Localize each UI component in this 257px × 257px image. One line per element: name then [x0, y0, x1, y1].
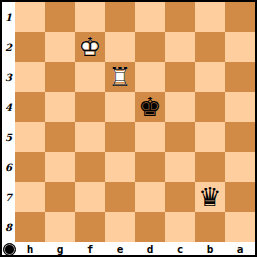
square-g1[interactable] — [45, 2, 75, 32]
square-g7[interactable] — [45, 182, 75, 212]
square-h3[interactable] — [15, 62, 45, 92]
square-d6[interactable] — [135, 152, 165, 182]
square-e7[interactable] — [105, 182, 135, 212]
square-b3[interactable] — [195, 62, 225, 92]
square-g3[interactable] — [45, 62, 75, 92]
square-h6[interactable] — [15, 152, 45, 182]
square-a6[interactable] — [225, 152, 255, 182]
rank-label-5: 5 — [2, 122, 15, 152]
square-a7[interactable] — [225, 182, 255, 212]
square-f7[interactable] — [75, 182, 105, 212]
square-f8[interactable] — [75, 212, 105, 242]
square-d3[interactable] — [135, 62, 165, 92]
square-e4[interactable] — [105, 92, 135, 122]
square-f5[interactable] — [75, 122, 105, 152]
square-c5[interactable] — [165, 122, 195, 152]
square-c6[interactable] — [165, 152, 195, 182]
file-label-g: g — [45, 242, 75, 256]
file-label-f: f — [75, 242, 105, 256]
square-a1[interactable] — [225, 2, 255, 32]
square-e6[interactable] — [105, 152, 135, 182]
square-d4[interactable]: ♚ — [135, 92, 165, 122]
square-f3[interactable] — [75, 62, 105, 92]
square-h4[interactable] — [15, 92, 45, 122]
black-king-piece[interactable]: ♚ — [135, 92, 165, 122]
square-a5[interactable] — [225, 122, 255, 152]
square-f2[interactable]: ♚♔ — [75, 32, 105, 62]
board: ♚♔♜♖♚♛ — [15, 2, 255, 242]
chess-diagram: 12345678 ♚♔♜♖♚♛ hgfedcba — [0, 0, 257, 257]
square-c4[interactable] — [165, 92, 195, 122]
square-g2[interactable] — [45, 32, 75, 62]
square-b4[interactable] — [195, 92, 225, 122]
square-a3[interactable] — [225, 62, 255, 92]
square-g8[interactable] — [45, 212, 75, 242]
square-g4[interactable] — [45, 92, 75, 122]
rank-label-3: 3 — [2, 62, 15, 92]
rank-label-2: 2 — [2, 32, 15, 62]
square-d2[interactable] — [135, 32, 165, 62]
square-f1[interactable] — [75, 2, 105, 32]
square-d7[interactable] — [135, 182, 165, 212]
square-f6[interactable] — [75, 152, 105, 182]
square-e8[interactable] — [105, 212, 135, 242]
square-h7[interactable] — [15, 182, 45, 212]
square-h1[interactable] — [15, 2, 45, 32]
square-h8[interactable] — [15, 212, 45, 242]
rank-label-4: 4 — [2, 92, 15, 122]
square-b6[interactable] — [195, 152, 225, 182]
file-label-a: a — [225, 242, 255, 256]
square-c2[interactable] — [165, 32, 195, 62]
square-h5[interactable] — [15, 122, 45, 152]
square-c7[interactable] — [165, 182, 195, 212]
square-d1[interactable] — [135, 2, 165, 32]
rank-labels: 12345678 — [2, 2, 15, 242]
square-e2[interactable] — [105, 32, 135, 62]
rank-label-8: 8 — [2, 212, 15, 242]
black-to-move-indicator — [3, 243, 16, 256]
file-label-h: h — [15, 242, 45, 256]
square-b8[interactable] — [195, 212, 225, 242]
square-b7[interactable]: ♛ — [195, 182, 225, 212]
square-h2[interactable] — [15, 32, 45, 62]
square-f4[interactable] — [75, 92, 105, 122]
square-c1[interactable] — [165, 2, 195, 32]
square-g6[interactable] — [45, 152, 75, 182]
square-e5[interactable] — [105, 122, 135, 152]
black-queen-piece[interactable]: ♛ — [195, 182, 225, 212]
square-a4[interactable] — [225, 92, 255, 122]
square-e3[interactable]: ♜♖ — [105, 62, 135, 92]
file-label-d: d — [135, 242, 165, 256]
rank-label-7: 7 — [2, 182, 15, 212]
file-label-e: e — [105, 242, 135, 256]
square-b1[interactable] — [195, 2, 225, 32]
file-label-b: b — [195, 242, 225, 256]
rank-label-6: 6 — [2, 152, 15, 182]
square-c3[interactable] — [165, 62, 195, 92]
square-e1[interactable] — [105, 2, 135, 32]
rank-label-1: 1 — [2, 2, 15, 32]
square-g5[interactable] — [45, 122, 75, 152]
square-a8[interactable] — [225, 212, 255, 242]
square-d5[interactable] — [135, 122, 165, 152]
white-rook-piece[interactable]: ♖ — [105, 62, 135, 92]
square-c8[interactable] — [165, 212, 195, 242]
white-king-piece[interactable]: ♔ — [75, 32, 105, 62]
file-labels: hgfedcba — [15, 242, 255, 255]
file-label-c: c — [165, 242, 195, 256]
square-d8[interactable] — [135, 212, 165, 242]
square-b5[interactable] — [195, 122, 225, 152]
square-a2[interactable] — [225, 32, 255, 62]
square-b2[interactable] — [195, 32, 225, 62]
